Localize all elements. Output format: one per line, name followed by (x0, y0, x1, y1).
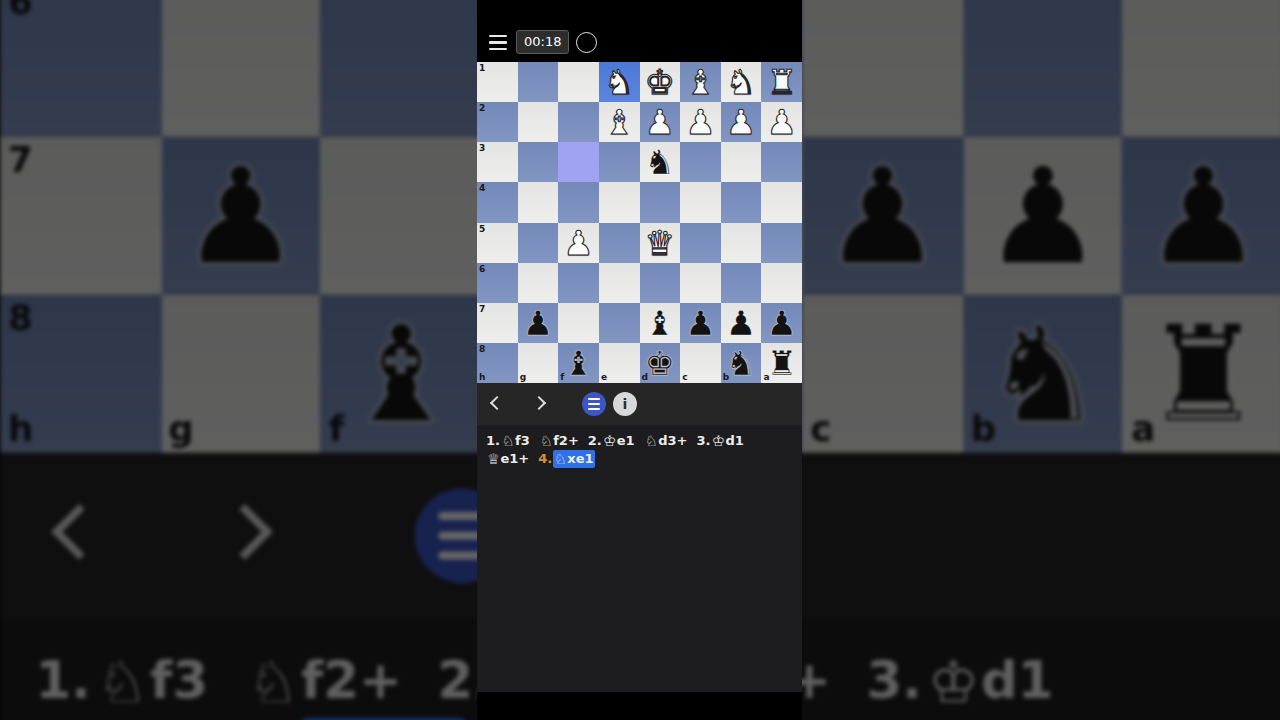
file-label: f (560, 372, 564, 382)
square-b7[interactable]: ♟ (721, 303, 762, 343)
square-c7[interactable]: ♟ (680, 303, 721, 343)
square-c6[interactable] (680, 263, 721, 303)
file-label: b (723, 372, 729, 382)
rank-label: 4 (479, 183, 485, 193)
black-pawn: ♟ (761, 303, 802, 343)
square-g5[interactable] (518, 223, 559, 263)
move-san: ♔e1 (602, 432, 635, 450)
square-g7[interactable]: ♟ (518, 303, 559, 343)
white-bishop: ♝ (599, 102, 640, 142)
move-san: ♔d1 (711, 432, 745, 450)
menu-bar (588, 408, 600, 410)
square-g4[interactable] (518, 182, 559, 222)
square-g8[interactable]: g (518, 343, 559, 383)
black-bishop: ♝ (640, 303, 681, 343)
move-number: 1. (486, 432, 500, 450)
square-c3[interactable] (680, 142, 721, 182)
white-pawn: ♟ (761, 102, 802, 142)
file-label: h (479, 372, 485, 382)
square-f4[interactable] (558, 182, 599, 222)
square-c1[interactable]: ♝ (680, 62, 721, 102)
square-h1[interactable]: 1 (477, 62, 518, 102)
square-a5[interactable] (761, 223, 802, 263)
rank-label: 8 (479, 344, 485, 354)
black-pawn: ♟ (518, 303, 559, 343)
move-san: ♕e1+ (486, 450, 530, 468)
square-a4[interactable] (761, 182, 802, 222)
square-c8[interactable]: c (680, 343, 721, 383)
figurine-icon: ♘ (501, 432, 514, 450)
hamburger-bar (489, 41, 507, 43)
square-d6[interactable] (640, 263, 681, 303)
square-d4[interactable] (640, 182, 681, 222)
move-text: e1 (617, 432, 635, 450)
square-f7[interactable] (558, 303, 599, 343)
move-number: 4. (538, 450, 552, 468)
square-c2[interactable]: ♟ (680, 102, 721, 142)
square-b4[interactable] (721, 182, 762, 222)
white-bishop: ♝ (680, 62, 721, 102)
black-pawn: ♟ (680, 303, 721, 343)
square-b5[interactable] (721, 223, 762, 263)
move-token[interactable]: 2.♔e1 (588, 432, 636, 450)
square-a7[interactable]: ♟ (761, 303, 802, 343)
move-text: f2+ (553, 432, 579, 450)
figurine-icon: ♘ (645, 432, 658, 450)
square-f5[interactable]: ♟ (558, 223, 599, 263)
move-token[interactable]: ♘f2+ (539, 432, 580, 450)
square-d5[interactable]: ♛ (640, 223, 681, 263)
move-nav-bar: i (477, 383, 802, 425)
square-a8[interactable]: a♜ (761, 343, 802, 383)
game-clock: 00:18 (516, 30, 569, 54)
move-token[interactable]: 4.♘xe1 (538, 450, 594, 468)
hamburger-bar (489, 35, 507, 37)
move-number: 2. (588, 432, 602, 450)
square-g3[interactable] (518, 142, 559, 182)
previous-move-button[interactable] (487, 394, 507, 414)
rank-label: 1 (479, 63, 485, 73)
menu-bar (588, 403, 600, 405)
square-a3[interactable] (761, 142, 802, 182)
square-d7[interactable]: ♝ (640, 303, 681, 343)
hamburger-menu-icon[interactable] (489, 35, 507, 50)
white-to-move-indicator-icon (576, 32, 597, 53)
square-b3[interactable] (721, 142, 762, 182)
move-token[interactable]: 3.♔d1 (696, 432, 744, 450)
info-icon: i (623, 397, 628, 411)
square-f8[interactable]: f♝ (558, 343, 599, 383)
square-e4[interactable] (599, 182, 640, 222)
square-h3[interactable]: 3 (477, 142, 518, 182)
square-e2[interactable]: ♝ (599, 102, 640, 142)
white-pawn: ♟ (721, 102, 762, 142)
move-number: 3. (696, 432, 710, 450)
chevron-right-icon (532, 396, 546, 410)
square-d1[interactable]: ♚ (640, 62, 681, 102)
white-rook: ♜ (761, 62, 802, 102)
square-b1[interactable]: ♞ (721, 62, 762, 102)
move-text: e1+ (501, 450, 530, 468)
rank-label: 5 (479, 224, 485, 234)
square-a6[interactable] (761, 263, 802, 303)
file-label: e (601, 372, 607, 382)
move-token[interactable]: 1.♘f3 (486, 432, 531, 450)
moves-panel: 1.♘f3♘f2+2.♔e1♘d3+3.♔d1♕e1+4.♘xe1 (477, 425, 802, 692)
square-f3[interactable] (558, 142, 599, 182)
square-b2[interactable]: ♟ (721, 102, 762, 142)
square-b8[interactable]: b♞ (721, 343, 762, 383)
square-c4[interactable] (680, 182, 721, 222)
square-e5[interactable] (599, 223, 640, 263)
move-san: ♘f2+ (539, 432, 580, 450)
rank-label: 6 (479, 264, 485, 274)
square-b6[interactable] (721, 263, 762, 303)
square-g2[interactable] (518, 102, 559, 142)
chevron-left-icon (490, 396, 504, 410)
square-f1[interactable] (558, 62, 599, 102)
top-bar: 00:18 (477, 0, 802, 62)
square-h2[interactable]: 2 (477, 102, 518, 142)
square-h7[interactable]: 7 (477, 303, 518, 343)
square-g1[interactable] (518, 62, 559, 102)
figurine-icon: ♔ (712, 432, 725, 450)
info-button[interactable]: i (613, 392, 637, 416)
square-f6[interactable] (558, 263, 599, 303)
square-e8[interactable]: e (599, 343, 640, 383)
white-knight: ♞ (599, 62, 640, 102)
menu-bar (588, 398, 600, 400)
figurine-icon: ♕ (487, 450, 500, 468)
square-h6[interactable]: 6 (477, 263, 518, 303)
square-d3[interactable]: ♞ (640, 142, 681, 182)
chess-board: 1♞♚♝♞♜2♝♟♟♟♟3♞45♟♛67♟♝♟♟♟8hgf♝ed♚cb♞a♜ (477, 62, 802, 383)
figurine-icon: ♔ (603, 432, 616, 450)
square-h5[interactable]: 5 (477, 223, 518, 263)
square-f2[interactable] (558, 102, 599, 142)
white-king: ♚ (640, 62, 681, 102)
move-text: d1 (725, 432, 743, 450)
square-d8[interactable]: d♚ (640, 343, 681, 383)
square-e3[interactable] (599, 142, 640, 182)
rank-label: 7 (479, 304, 485, 314)
figurine-icon: ♘ (540, 432, 553, 450)
square-e7[interactable] (599, 303, 640, 343)
move-text: xe1 (567, 450, 593, 468)
video-frame: 00:18 1♞♚♝♞♜2♝♟♟♟♟3♞45♟♛67♟♝♟♟♟8hgf♝ed♚c… (0, 0, 1280, 720)
square-g6[interactable] (518, 263, 559, 303)
rank-label: 3 (479, 143, 485, 153)
move-text: d3+ (658, 432, 687, 450)
square-a2[interactable]: ♟ (761, 102, 802, 142)
rank-label: 2 (479, 103, 485, 113)
move-list-menu-button[interactable] (582, 392, 606, 416)
next-move-button[interactable] (531, 394, 551, 414)
hamburger-bar (489, 48, 507, 50)
chess-app-screen: 00:18 1♞♚♝♞♜2♝♟♟♟♟3♞45♟♛67♟♝♟♟♟8hgf♝ed♚c… (477, 0, 802, 720)
black-pawn: ♟ (721, 303, 762, 343)
file-label: a (763, 372, 769, 382)
white-queen: ♛ (640, 223, 681, 263)
file-label: g (520, 372, 526, 382)
square-d2[interactable]: ♟ (640, 102, 681, 142)
square-e6[interactable] (599, 263, 640, 303)
move-list: 1.♘f3♘f2+2.♔e1♘d3+3.♔d1♕e1+4.♘xe1 (477, 425, 802, 475)
white-pawn: ♟ (640, 102, 681, 142)
black-knight: ♞ (640, 142, 681, 182)
file-label: c (682, 372, 687, 382)
black-bishop: ♝ (558, 343, 599, 383)
figurine-icon: ♘ (554, 450, 567, 468)
move-token[interactable]: ♕e1+ (486, 450, 530, 468)
square-h8[interactable]: 8h (477, 343, 518, 383)
bottom-strip (477, 692, 802, 720)
square-e1[interactable]: ♞ (599, 62, 640, 102)
white-pawn: ♟ (558, 223, 599, 263)
file-label: d (642, 372, 648, 382)
white-pawn: ♟ (680, 102, 721, 142)
square-c5[interactable] (680, 223, 721, 263)
square-h4[interactable]: 4 (477, 182, 518, 222)
selected-move: ♘xe1 (553, 450, 595, 468)
white-knight: ♞ (721, 62, 762, 102)
move-san: ♘f3 (500, 432, 530, 450)
square-a1[interactable]: ♜ (761, 62, 802, 102)
move-token[interactable]: ♘d3+ (644, 432, 689, 450)
move-san: ♘d3+ (644, 432, 689, 450)
move-text: f3 (515, 432, 530, 450)
